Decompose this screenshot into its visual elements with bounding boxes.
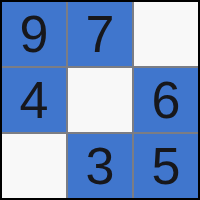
sudoku-cell-r1c1[interactable] bbox=[68, 68, 132, 132]
sudoku-cell-r0c0[interactable]: 9 bbox=[2, 2, 66, 66]
sudoku-cell-r1c0[interactable]: 4 bbox=[2, 68, 66, 132]
sudoku-board-frame: 974635 bbox=[0, 0, 200, 200]
sudoku-board: 974635 bbox=[2, 2, 198, 198]
sudoku-cell-r2c1[interactable]: 3 bbox=[68, 134, 132, 198]
sudoku-cell-r1c2[interactable]: 6 bbox=[134, 68, 198, 132]
sudoku-cell-r2c0[interactable] bbox=[2, 134, 66, 198]
sudoku-cell-r0c2[interactable] bbox=[134, 2, 198, 66]
sudoku-cell-r0c1[interactable]: 7 bbox=[68, 2, 132, 66]
sudoku-cell-r2c2[interactable]: 5 bbox=[134, 134, 198, 198]
